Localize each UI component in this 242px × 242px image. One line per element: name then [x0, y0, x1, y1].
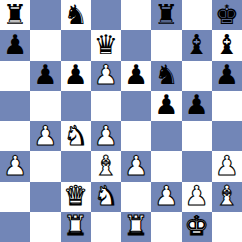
square-a1[interactable]: [0, 212, 30, 242]
piece-white-bishop: ♝: [94, 152, 118, 179]
square-c3[interactable]: [61, 151, 91, 181]
square-d3[interactable]: ♝: [91, 151, 121, 181]
piece-black-pawn: ♟: [3, 31, 27, 58]
square-h5[interactable]: [212, 91, 242, 121]
square-e4[interactable]: [121, 121, 151, 151]
square-g1[interactable]: ♚: [182, 212, 212, 242]
square-c4[interactable]: ♞: [61, 121, 91, 151]
square-e1[interactable]: ♜: [121, 212, 151, 242]
piece-white-rook: ♜: [64, 212, 88, 239]
square-f8[interactable]: ♜: [151, 0, 181, 30]
square-c6[interactable]: ♟: [61, 61, 91, 91]
square-d6[interactable]: ♟: [91, 61, 121, 91]
square-d4[interactable]: ♟: [91, 121, 121, 151]
piece-white-pawn: ♟: [94, 61, 118, 88]
piece-white-pawn: ♟: [154, 182, 178, 209]
piece-white-knight: ♞: [94, 182, 118, 209]
piece-black-pawn: ♟: [33, 61, 57, 88]
square-b2[interactable]: [30, 182, 60, 212]
piece-black-knight: ♞: [154, 61, 178, 88]
square-a7[interactable]: ♟: [0, 30, 30, 60]
square-c7[interactable]: [61, 30, 91, 60]
piece-black-bishop: ♝: [185, 31, 209, 58]
square-g6[interactable]: [182, 61, 212, 91]
square-e6[interactable]: ♟: [121, 61, 151, 91]
piece-white-pawn: ♟: [124, 152, 148, 179]
piece-black-pawn: ♟: [124, 61, 148, 88]
square-d2[interactable]: ♞: [91, 182, 121, 212]
square-c2[interactable]: ♛: [61, 182, 91, 212]
square-h8[interactable]: ♚: [212, 0, 242, 30]
square-h6[interactable]: ♟: [212, 61, 242, 91]
square-c8[interactable]: ♞: [61, 0, 91, 30]
square-a5[interactable]: [0, 91, 30, 121]
square-c5[interactable]: [61, 91, 91, 121]
square-f7[interactable]: [151, 30, 181, 60]
square-g7[interactable]: ♝: [182, 30, 212, 60]
piece-black-pawn: ♟: [154, 91, 178, 118]
square-e8[interactable]: [121, 0, 151, 30]
piece-black-king: ♚: [215, 1, 239, 28]
piece-black-queen: ♛: [94, 31, 118, 58]
square-e2[interactable]: [121, 182, 151, 212]
piece-white-pawn: ♟: [185, 182, 209, 209]
chess-board: ♜♞♜♚♟♛♝♝♟♟♟♟♞♟♟♟♟♞♟♟♝♟♟♛♞♟♟♝♜♜♚: [0, 0, 242, 242]
square-f2[interactable]: ♟: [151, 182, 181, 212]
square-a2[interactable]: [0, 182, 30, 212]
square-d8[interactable]: [91, 0, 121, 30]
piece-white-queen: ♛: [64, 182, 88, 209]
piece-black-rook: ♜: [3, 1, 27, 28]
piece-white-pawn: ♟: [94, 122, 118, 149]
piece-white-pawn: ♟: [215, 152, 239, 179]
square-a3[interactable]: ♟: [0, 151, 30, 181]
square-b5[interactable]: [30, 91, 60, 121]
piece-black-knight: ♞: [64, 1, 88, 28]
piece-white-king: ♚: [185, 212, 209, 239]
square-h3[interactable]: ♟: [212, 151, 242, 181]
piece-black-rook: ♜: [154, 1, 178, 28]
square-c1[interactable]: ♜: [61, 212, 91, 242]
square-b1[interactable]: [30, 212, 60, 242]
square-g4[interactable]: [182, 121, 212, 151]
square-g5[interactable]: ♟: [182, 91, 212, 121]
square-a6[interactable]: [0, 61, 30, 91]
square-b3[interactable]: [30, 151, 60, 181]
square-g2[interactable]: ♟: [182, 182, 212, 212]
piece-white-rook: ♜: [124, 212, 148, 239]
square-b6[interactable]: ♟: [30, 61, 60, 91]
square-g8[interactable]: [182, 0, 212, 30]
piece-black-pawn: ♟: [185, 91, 209, 118]
square-f6[interactable]: ♞: [151, 61, 181, 91]
square-g3[interactable]: [182, 151, 212, 181]
square-h1[interactable]: [212, 212, 242, 242]
square-e5[interactable]: [121, 91, 151, 121]
square-f4[interactable]: [151, 121, 181, 151]
square-e7[interactable]: [121, 30, 151, 60]
square-d7[interactable]: ♛: [91, 30, 121, 60]
piece-white-pawn: ♟: [3, 152, 27, 179]
square-f5[interactable]: ♟: [151, 91, 181, 121]
square-d1[interactable]: [91, 212, 121, 242]
piece-white-pawn: ♟: [33, 122, 57, 149]
piece-black-pawn: ♟: [64, 61, 88, 88]
piece-black-bishop: ♝: [215, 31, 239, 58]
square-f3[interactable]: [151, 151, 181, 181]
square-b7[interactable]: [30, 30, 60, 60]
square-h2[interactable]: ♝: [212, 182, 242, 212]
square-b8[interactable]: [30, 0, 60, 30]
square-h7[interactable]: ♝: [212, 30, 242, 60]
square-a8[interactable]: ♜: [0, 0, 30, 30]
piece-white-bishop: ♝: [215, 182, 239, 209]
square-a4[interactable]: [0, 121, 30, 151]
square-d5[interactable]: [91, 91, 121, 121]
square-h4[interactable]: [212, 121, 242, 151]
square-b4[interactable]: ♟: [30, 121, 60, 151]
square-f1[interactable]: [151, 212, 181, 242]
piece-black-pawn: ♟: [215, 61, 239, 88]
square-e3[interactable]: ♟: [121, 151, 151, 181]
piece-white-knight: ♞: [64, 122, 88, 149]
